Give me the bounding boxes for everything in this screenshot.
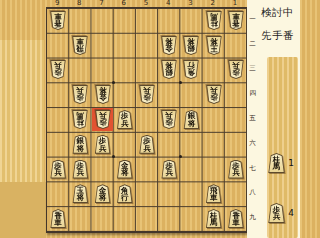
piece-金将-sente[interactable]: 金将 bbox=[95, 184, 111, 203]
piece-歩兵-gote[interactable]: 歩兵 bbox=[161, 110, 177, 129]
piece-飛車-gote[interactable]: 飛車 bbox=[72, 36, 88, 55]
piece-銀将-gote[interactable]: 銀将 bbox=[161, 60, 177, 79]
square-2八[interactable]: 飛車 bbox=[203, 181, 225, 206]
left-margin-patch bbox=[0, 182, 46, 238]
hand-knight-count: 1 bbox=[286, 158, 296, 168]
square-7八[interactable]: 金将 bbox=[91, 181, 113, 206]
piece-kanji: 歩兵 bbox=[50, 160, 66, 179]
square-3二[interactable]: 銀将 bbox=[180, 33, 202, 58]
piece-kanji: 歩兵 bbox=[139, 135, 155, 154]
piece-kanji: 歩兵 bbox=[117, 110, 133, 129]
hand-pawn-count: 4 bbox=[286, 208, 296, 218]
piece-kanji: 飛車 bbox=[72, 36, 88, 55]
rank-label-5: 五 bbox=[247, 106, 258, 131]
piece-kanji: 銀将 bbox=[161, 60, 177, 79]
piece-kanji: 桂馬 bbox=[206, 11, 222, 30]
hand-piece-knight[interactable]: 桂馬 bbox=[268, 153, 285, 173]
piece-kanji: 角行 bbox=[183, 60, 199, 79]
piece-歩兵-sente[interactable]: 歩兵 bbox=[161, 160, 177, 179]
piece-kanji: 角行 bbox=[117, 184, 133, 203]
piece-歩兵-gote[interactable]: 歩兵 bbox=[206, 85, 222, 104]
piece-kanji: 歩兵 bbox=[72, 85, 88, 104]
piece-角行-sente[interactable]: 角行 bbox=[117, 184, 133, 203]
square-7六[interactable]: 歩兵 bbox=[91, 132, 113, 157]
square-8二[interactable]: 飛車 bbox=[69, 33, 91, 58]
square-3三[interactable]: 角行 bbox=[180, 58, 202, 83]
square-4五[interactable]: 歩兵 bbox=[158, 107, 180, 132]
rank-label-7: 七 bbox=[247, 156, 258, 181]
piece-kanji: 歩兵 bbox=[72, 160, 88, 179]
rank-label-8: 八 bbox=[247, 180, 258, 205]
square-7四[interactable]: 金将 bbox=[91, 82, 113, 107]
square-9九[interactable]: 香車 bbox=[47, 206, 69, 231]
file-label-3: 3 bbox=[179, 0, 201, 7]
piece-歩兵-sente[interactable]: 歩兵 bbox=[139, 135, 155, 154]
file-label-9: 9 bbox=[46, 0, 68, 7]
piece-歩兵-sente[interactable]: 歩兵 bbox=[228, 160, 244, 179]
piece-kanji: 歩兵 bbox=[139, 85, 155, 104]
piece-kanji: 金将 bbox=[95, 184, 111, 203]
piece-玉将-sente[interactable]: 玉将 bbox=[72, 184, 88, 203]
piece-kanji: 銀将 bbox=[183, 36, 199, 55]
piece-桂馬-sente[interactable]: 桂馬 bbox=[206, 209, 222, 228]
shogi-board[interactable]: 香車桂馬香車飛車金将銀将王将歩兵銀将角行歩兵歩兵金将歩兵歩兵桂馬歩兵歩兵歩兵銀将… bbox=[46, 7, 248, 233]
piece-歩兵-gote[interactable]: 歩兵 bbox=[228, 60, 244, 79]
rank-label-9: 九 bbox=[247, 205, 258, 230]
file-label-8: 8 bbox=[68, 0, 90, 7]
piece-銀将-sente[interactable]: 銀将 bbox=[183, 110, 199, 129]
rank-label-2: 二 bbox=[247, 32, 258, 57]
square-9三[interactable]: 歩兵 bbox=[47, 58, 69, 83]
status-mode: 検討中 bbox=[261, 6, 294, 20]
square-4二[interactable]: 金将 bbox=[158, 33, 180, 58]
piece-飛車-sente[interactable]: 飛車 bbox=[206, 184, 222, 203]
square-7五-lastmove[interactable]: 歩兵 bbox=[91, 107, 113, 132]
piece-kanji: 歩兵 bbox=[95, 135, 111, 154]
piece-香車-gote[interactable]: 香車 bbox=[228, 11, 244, 30]
piece-歩兵-gote[interactable]: 歩兵 bbox=[50, 60, 66, 79]
square-2二[interactable]: 王将 bbox=[203, 33, 225, 58]
piece-kanji: 香車 bbox=[50, 11, 66, 30]
piece-歩兵-sente[interactable]: 歩兵 bbox=[117, 110, 133, 129]
square-2一[interactable]: 桂馬 bbox=[203, 8, 225, 33]
rank-label-1: 一 bbox=[247, 7, 258, 32]
piece-銀将-gote[interactable]: 銀将 bbox=[183, 36, 199, 55]
file-label-4: 4 bbox=[157, 0, 179, 7]
piece-歩兵-gote[interactable]: 歩兵 bbox=[72, 85, 88, 104]
piece-歩兵-sente[interactable]: 歩兵 bbox=[72, 160, 88, 179]
square-8八[interactable]: 玉将 bbox=[69, 181, 91, 206]
piece-金将-sente[interactable]: 金将 bbox=[117, 160, 133, 179]
rank-label-6: 六 bbox=[247, 131, 258, 156]
file-label-1: 1 bbox=[224, 0, 246, 7]
piece-kanji: 金将 bbox=[117, 160, 133, 179]
piece-歩兵-sente[interactable]: 歩兵 bbox=[50, 160, 66, 179]
file-label-6: 6 bbox=[113, 0, 135, 7]
piece-歩兵-gote[interactable]: 歩兵 bbox=[95, 110, 111, 129]
square-2四[interactable]: 歩兵 bbox=[203, 82, 225, 107]
piece-角行-gote[interactable]: 角行 bbox=[183, 60, 199, 79]
rank-label-4: 四 bbox=[247, 81, 258, 106]
piece-kanji: 金将 bbox=[161, 36, 177, 55]
square-4七[interactable]: 歩兵 bbox=[158, 157, 180, 182]
hand-pawn-label: 歩兵 bbox=[268, 203, 285, 223]
rank-labels: 一二三四五六七八九 bbox=[247, 7, 258, 230]
piece-王将-gote[interactable]: 王将 bbox=[206, 36, 222, 55]
piece-kanji: 金将 bbox=[95, 85, 111, 104]
file-label-5: 5 bbox=[135, 0, 157, 7]
piece-kanji: 銀将 bbox=[72, 135, 88, 154]
rank-label-3: 三 bbox=[247, 57, 258, 82]
piece-kanji: 飛車 bbox=[206, 184, 222, 203]
file-labels: 987654321 bbox=[46, 0, 246, 7]
piece-銀将-sente[interactable]: 銀将 bbox=[72, 135, 88, 154]
piece-kanji: 香車 bbox=[228, 209, 244, 228]
square-6七[interactable]: 金将 bbox=[114, 157, 136, 182]
gote-hand-tray bbox=[0, 40, 44, 182]
turn-indicator: 先手番 bbox=[261, 29, 294, 43]
square-1三[interactable]: 歩兵 bbox=[225, 58, 247, 83]
file-label-2: 2 bbox=[202, 0, 224, 7]
square-3五[interactable]: 銀将 bbox=[180, 107, 202, 132]
square-9一[interactable]: 香車 bbox=[47, 8, 69, 33]
piece-kanji: 桂馬 bbox=[206, 209, 222, 228]
piece-金将-gote[interactable]: 金将 bbox=[161, 36, 177, 55]
piece-kanji: 歩兵 bbox=[161, 160, 177, 179]
square-8四[interactable]: 歩兵 bbox=[69, 82, 91, 107]
square-1七[interactable]: 歩兵 bbox=[225, 157, 247, 182]
piece-kanji: 歩兵 bbox=[228, 60, 244, 79]
square-9七[interactable]: 歩兵 bbox=[47, 157, 69, 182]
square-5四[interactable]: 歩兵 bbox=[136, 82, 158, 107]
square-4三[interactable]: 銀将 bbox=[158, 58, 180, 83]
piece-香車-gote[interactable]: 香車 bbox=[50, 11, 66, 30]
square-6五[interactable]: 歩兵 bbox=[114, 107, 136, 132]
file-label-7: 7 bbox=[90, 0, 112, 7]
piece-kanji: 王将 bbox=[206, 36, 222, 55]
piece-kanji: 香車 bbox=[50, 209, 66, 228]
piece-kanji: 歩兵 bbox=[50, 60, 66, 79]
piece-kanji: 歩兵 bbox=[95, 110, 111, 129]
piece-金将-gote[interactable]: 金将 bbox=[95, 85, 111, 104]
square-1九[interactable]: 香車 bbox=[225, 206, 247, 231]
square-2九[interactable]: 桂馬 bbox=[203, 206, 225, 231]
piece-kanji: 歩兵 bbox=[228, 160, 244, 179]
piece-香車-sente[interactable]: 香車 bbox=[50, 209, 66, 228]
piece-kanji: 歩兵 bbox=[161, 110, 177, 129]
square-8五[interactable]: 桂馬 bbox=[69, 107, 91, 132]
square-5六[interactable]: 歩兵 bbox=[136, 132, 158, 157]
piece-kanji: 香車 bbox=[228, 11, 244, 30]
piece-桂馬-gote[interactable]: 桂馬 bbox=[72, 110, 88, 129]
piece-香車-sente[interactable]: 香車 bbox=[228, 209, 244, 228]
square-6八[interactable]: 角行 bbox=[114, 181, 136, 206]
hand-piece-pawn[interactable]: 歩兵 bbox=[268, 203, 285, 223]
piece-桂馬-gote[interactable]: 桂馬 bbox=[206, 11, 222, 30]
piece-kanji: 歩兵 bbox=[206, 85, 222, 104]
piece-kanji: 銀将 bbox=[183, 110, 199, 129]
piece-歩兵-sente[interactable]: 歩兵 bbox=[95, 135, 111, 154]
square-8六[interactable]: 銀将 bbox=[69, 132, 91, 157]
piece-kanji: 桂馬 bbox=[72, 110, 88, 129]
square-1一[interactable]: 香車 bbox=[225, 8, 247, 33]
piece-kanji: 玉将 bbox=[72, 184, 88, 203]
piece-歩兵-gote[interactable]: 歩兵 bbox=[139, 85, 155, 104]
hand-knight-label: 桂馬 bbox=[268, 153, 285, 173]
square-8七[interactable]: 歩兵 bbox=[69, 157, 91, 182]
